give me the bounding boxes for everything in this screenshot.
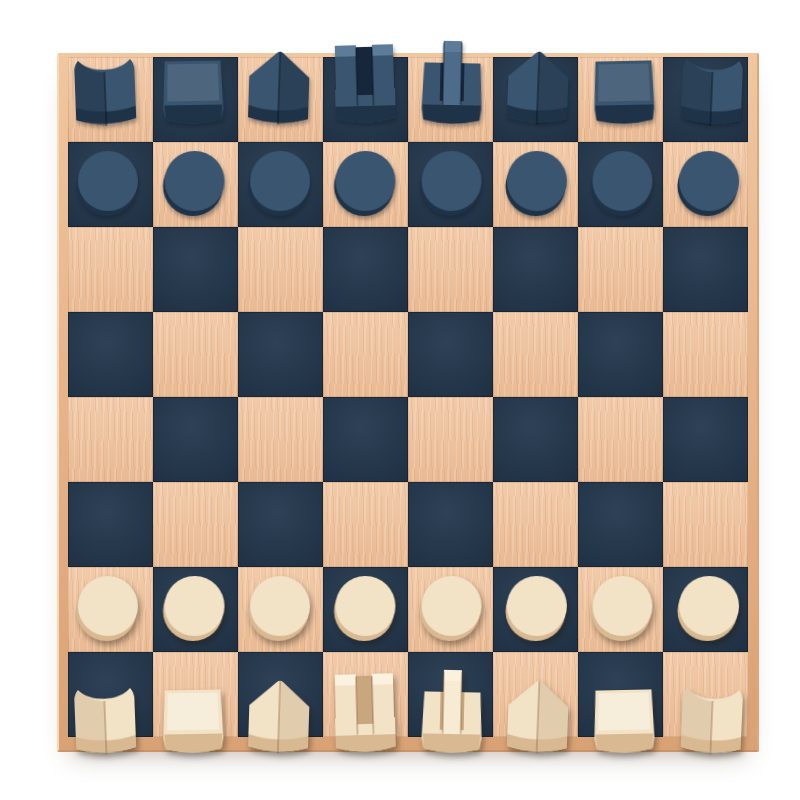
square-d6[interactable] [323,227,408,312]
white-pawn[interactable]: ♙ [246,573,313,646]
white-rook[interactable]: ♖ [65,663,145,770]
square-h5[interactable] [663,312,748,397]
white-pawn[interactable]: ♙ [503,573,570,646]
white-bishop[interactable]: ♗ [239,663,318,769]
square-e3[interactable] [408,482,493,567]
square-f7[interactable]: ♟ [493,142,578,227]
black-pawn[interactable]: ♟ [246,148,313,221]
square-b2[interactable]: ♙ [153,567,238,652]
chess-set-photo: ♜♞♝♛♚♝♞♜♟♟♟♟♟♟♟♟♙♙♙♙♙♙♙♙♖♘♗♕♔♗♘♖ [0,0,800,800]
black-pawn[interactable]: ♟ [675,148,742,221]
white-bishop[interactable]: ♗ [498,663,578,770]
square-a2[interactable]: ♙ [68,567,153,652]
square-d1[interactable]: ♕ [323,652,408,737]
square-c7[interactable]: ♟ [238,142,323,227]
square-h2[interactable]: ♙ [663,567,748,652]
square-e2[interactable]: ♙ [408,567,493,652]
black-pawn[interactable]: ♟ [332,148,399,221]
square-a1[interactable]: ♖ [68,652,153,737]
square-b7[interactable]: ♟ [153,142,238,227]
square-h4[interactable] [663,397,748,482]
square-d5[interactable] [323,312,408,397]
square-d8[interactable]: ♛ [323,57,408,142]
square-c4[interactable] [238,397,323,482]
white-queen[interactable]: ♕ [325,663,404,769]
white-pawn[interactable]: ♙ [589,573,656,646]
square-d3[interactable] [323,482,408,567]
black-rook[interactable]: ♜ [671,33,751,140]
square-a3[interactable] [68,482,153,567]
square-g7[interactable]: ♟ [578,142,663,227]
square-e6[interactable] [408,227,493,312]
white-knight[interactable]: ♘ [584,663,662,769]
square-c2[interactable]: ♙ [238,567,323,652]
black-knight[interactable]: ♞ [154,34,232,139]
black-pawn[interactable]: ♟ [417,148,484,221]
square-b1[interactable]: ♘ [153,652,238,737]
black-queen[interactable]: ♛ [325,34,404,140]
square-e7[interactable]: ♟ [408,142,493,227]
square-g8[interactable]: ♞ [578,57,663,142]
white-pawn[interactable]: ♙ [74,573,141,646]
square-d2[interactable]: ♙ [323,567,408,652]
white-pawn[interactable]: ♙ [161,573,228,646]
square-f8[interactable]: ♝ [493,57,578,142]
square-b5[interactable] [153,312,238,397]
square-g5[interactable] [578,312,663,397]
square-a5[interactable] [68,312,153,397]
square-a7[interactable]: ♟ [68,142,153,227]
square-g6[interactable] [578,227,663,312]
square-c6[interactable] [238,227,323,312]
white-rook[interactable]: ♖ [671,662,751,769]
square-g2[interactable]: ♙ [578,567,663,652]
square-a8[interactable]: ♜ [68,57,153,142]
black-pawn[interactable]: ♟ [503,148,570,221]
square-e1[interactable]: ♔ [408,652,493,737]
square-g1[interactable]: ♘ [578,652,663,737]
square-e5[interactable] [408,312,493,397]
square-b8[interactable]: ♞ [153,57,238,142]
chess-board-frame: ♜♞♝♛♚♝♞♜♟♟♟♟♟♟♟♟♙♙♙♙♙♙♙♙♖♘♗♕♔♗♘♖ [57,53,759,752]
square-f4[interactable] [493,397,578,482]
square-h3[interactable] [663,482,748,567]
black-pawn[interactable]: ♟ [74,148,141,221]
white-king[interactable]: ♔ [412,663,490,769]
square-f6[interactable] [493,227,578,312]
square-f2[interactable]: ♙ [493,567,578,652]
square-f5[interactable] [493,312,578,397]
black-knight[interactable]: ♞ [584,34,662,140]
white-knight[interactable]: ♘ [154,663,232,768]
black-pawn[interactable]: ♟ [589,148,656,221]
square-h1[interactable]: ♖ [663,652,748,737]
square-b4[interactable] [153,397,238,482]
square-h6[interactable] [663,227,748,312]
square-g3[interactable] [578,482,663,567]
square-f3[interactable] [493,482,578,567]
square-d7[interactable]: ♟ [323,142,408,227]
square-a6[interactable] [68,227,153,312]
square-a4[interactable] [68,397,153,482]
black-king[interactable]: ♚ [412,34,490,140]
black-bishop[interactable]: ♝ [239,34,318,140]
square-f1[interactable]: ♗ [493,652,578,737]
white-pawn[interactable]: ♙ [675,573,742,646]
square-b6[interactable] [153,227,238,312]
black-pawn[interactable]: ♟ [161,148,228,221]
black-rook[interactable]: ♜ [65,34,145,141]
black-bishop[interactable]: ♝ [498,34,578,141]
square-c1[interactable]: ♗ [238,652,323,737]
square-c5[interactable] [238,312,323,397]
square-c8[interactable]: ♝ [238,57,323,142]
square-g4[interactable] [578,397,663,482]
square-d4[interactable] [323,397,408,482]
square-b3[interactable] [153,482,238,567]
white-pawn[interactable]: ♙ [417,573,484,646]
square-e4[interactable] [408,397,493,482]
square-c3[interactable] [238,482,323,567]
chess-board: ♜♞♝♛♚♝♞♜♟♟♟♟♟♟♟♟♙♙♙♙♙♙♙♙♖♘♗♕♔♗♘♖ [68,57,748,737]
square-h7[interactable]: ♟ [663,142,748,227]
white-pawn[interactable]: ♙ [332,573,399,646]
square-h8[interactable]: ♜ [663,57,748,142]
square-e8[interactable]: ♚ [408,57,493,142]
